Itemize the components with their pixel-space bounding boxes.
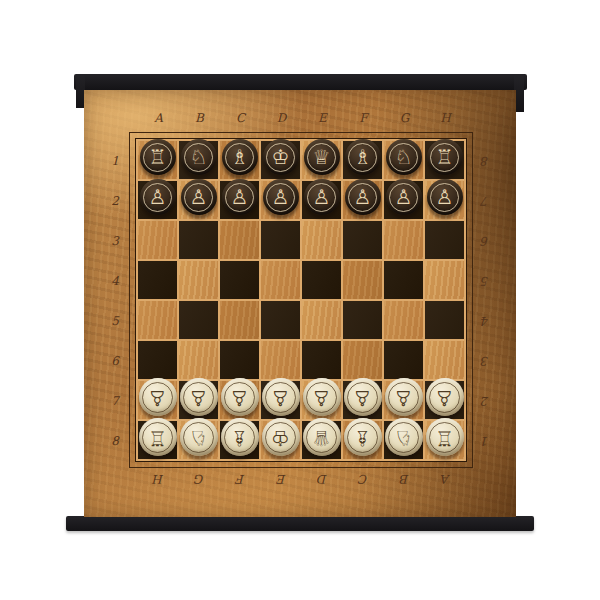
piece-white-pawn[interactable]: ♙ <box>180 378 218 416</box>
rank-label: 4 <box>102 261 128 301</box>
square-h6[interactable] <box>425 341 464 379</box>
file-label: G <box>179 468 220 490</box>
piece-glyph: ♖ <box>148 427 167 448</box>
rank-label: 4 <box>472 301 498 341</box>
piece-black-pawn[interactable]: ♙ <box>304 179 340 215</box>
square-b2[interactable]: ♙ <box>179 181 218 219</box>
engraved-ring: ♖ <box>142 422 173 453</box>
piece-glyph: ♙ <box>436 187 454 207</box>
piece-glyph: ♘ <box>189 427 208 448</box>
square-b4[interactable] <box>179 261 218 299</box>
square-d2[interactable]: ♙ <box>261 181 300 219</box>
piece-glyph: ♙ <box>394 387 413 408</box>
piece-black-bishop[interactable]: ♗ <box>222 139 258 175</box>
board-border: ♖♘♗♔♕♗♘♖♙♙♙♙♙♙♙♙♙♙♙♙♙♙♙♙♖♘♗♔♕♗♘♖ <box>129 132 473 468</box>
file-labels-top: ABCDEFGH <box>138 107 466 129</box>
chess-board: ♖♘♗♔♕♗♘♖♙♙♙♙♙♙♙♙♙♙♙♙♙♙♙♙♖♘♗♔♕♗♘♖ <box>135 138 467 462</box>
piece-glyph: ♙ <box>231 187 249 207</box>
photo-stage: ABCDEFGH HGFEDCBA 12345678 87654321 ♖♘♗♔… <box>0 0 600 600</box>
file-label: F <box>220 468 261 490</box>
square-b3[interactable] <box>179 221 218 259</box>
square-g5[interactable] <box>384 301 423 339</box>
square-f3[interactable] <box>343 221 382 259</box>
engraved-ring: ♗ <box>224 422 255 453</box>
piece-glyph: ♙ <box>354 187 372 207</box>
box-frame-bottom <box>66 516 534 531</box>
square-e8[interactable]: ♕ <box>302 421 341 459</box>
square-a7[interactable]: ♙ <box>138 381 177 419</box>
square-a8[interactable]: ♖ <box>138 421 177 459</box>
piece-black-king[interactable]: ♔ <box>263 139 299 175</box>
piece-glyph: ♙ <box>435 387 454 408</box>
square-g8[interactable]: ♘ <box>384 421 423 459</box>
file-label: D <box>261 107 302 129</box>
engraved-ring: ♙ <box>307 183 336 212</box>
piece-white-queen[interactable]: ♕ <box>303 418 341 456</box>
rank-label: 5 <box>102 301 128 341</box>
piece-white-pawn[interactable]: ♙ <box>344 378 382 416</box>
engraved-ring: ♙ <box>265 382 296 413</box>
piece-black-pawn[interactable]: ♙ <box>140 179 176 215</box>
piece-white-bishop[interactable]: ♗ <box>344 418 382 456</box>
rank-label: 5 <box>472 261 498 301</box>
file-label: B <box>179 107 220 129</box>
square-b7[interactable]: ♙ <box>179 381 218 419</box>
piece-black-pawn[interactable]: ♙ <box>222 179 258 215</box>
box-frame-top <box>74 74 527 90</box>
engraved-ring: ♙ <box>142 382 173 413</box>
square-g3[interactable] <box>384 221 423 259</box>
piece-glyph: ♙ <box>189 387 208 408</box>
piece-white-pawn[interactable]: ♙ <box>221 378 259 416</box>
file-label: H <box>138 468 179 490</box>
square-a3[interactable] <box>138 221 177 259</box>
piece-glyph: ♗ <box>231 147 249 167</box>
square-d3[interactable] <box>261 221 300 259</box>
piece-glyph: ♕ <box>312 427 331 448</box>
file-label: G <box>384 107 425 129</box>
piece-black-pawn[interactable]: ♙ <box>386 179 422 215</box>
square-c5[interactable] <box>220 301 259 339</box>
piece-white-rook[interactable]: ♖ <box>139 418 177 456</box>
square-c1[interactable]: ♗ <box>220 141 259 179</box>
piece-glyph: ♙ <box>313 187 331 207</box>
square-g4[interactable] <box>384 261 423 299</box>
piece-glyph: ♗ <box>353 427 372 448</box>
piece-glyph: ♖ <box>436 147 454 167</box>
square-b5[interactable] <box>179 301 218 339</box>
square-c3[interactable] <box>220 221 259 259</box>
piece-glyph: ♘ <box>395 147 413 167</box>
engraved-ring: ♙ <box>389 183 418 212</box>
square-f6[interactable] <box>343 341 382 379</box>
square-c6[interactable] <box>220 341 259 379</box>
square-f1[interactable]: ♗ <box>343 141 382 179</box>
engraved-ring: ♖ <box>430 143 459 172</box>
square-a6[interactable] <box>138 341 177 379</box>
square-h2[interactable]: ♙ <box>425 181 464 219</box>
square-f5[interactable] <box>343 301 382 339</box>
engraved-ring: ♙ <box>430 183 459 212</box>
file-label: C <box>220 107 261 129</box>
square-g1[interactable]: ♘ <box>384 141 423 179</box>
piece-glyph: ♙ <box>312 387 331 408</box>
square-f8[interactable]: ♗ <box>343 421 382 459</box>
piece-black-rook[interactable]: ♖ <box>427 139 463 175</box>
rank-label: 2 <box>102 181 128 221</box>
square-b6[interactable] <box>179 341 218 379</box>
piece-white-pawn[interactable]: ♙ <box>303 378 341 416</box>
square-f7[interactable]: ♙ <box>343 381 382 419</box>
file-label: E <box>261 468 302 490</box>
engraved-ring: ♙ <box>347 382 378 413</box>
rank-labels-left: 12345678 <box>102 141 128 461</box>
piece-white-pawn[interactable]: ♙ <box>262 378 300 416</box>
rank-label: 6 <box>472 221 498 261</box>
engraved-ring: ♗ <box>348 143 377 172</box>
square-d1[interactable]: ♔ <box>261 141 300 179</box>
engraved-ring: ♘ <box>183 422 214 453</box>
square-g6[interactable] <box>384 341 423 379</box>
piece-glyph: ♙ <box>353 387 372 408</box>
file-label: F <box>343 107 384 129</box>
piece-glyph: ♗ <box>354 147 372 167</box>
engraved-ring: ♙ <box>225 183 254 212</box>
square-h7[interactable]: ♙ <box>425 381 464 419</box>
piece-glyph: ♘ <box>394 427 413 448</box>
piece-white-king[interactable]: ♔ <box>262 418 300 456</box>
square-c7[interactable]: ♙ <box>220 381 259 419</box>
engraved-ring: ♕ <box>306 422 337 453</box>
square-h8[interactable]: ♖ <box>425 421 464 459</box>
piece-white-pawn[interactable]: ♙ <box>385 378 423 416</box>
piece-black-knight[interactable]: ♘ <box>386 139 422 175</box>
square-e1[interactable]: ♕ <box>302 141 341 179</box>
engraved-ring: ♕ <box>307 143 336 172</box>
square-a2[interactable]: ♙ <box>138 181 177 219</box>
engraved-ring: ♙ <box>184 183 213 212</box>
piece-white-knight[interactable]: ♘ <box>180 418 218 456</box>
engraved-ring: ♘ <box>389 143 418 172</box>
piece-black-bishop[interactable]: ♗ <box>345 139 381 175</box>
piece-black-pawn[interactable]: ♙ <box>427 179 463 215</box>
square-h5[interactable] <box>425 301 464 339</box>
piece-black-knight[interactable]: ♘ <box>181 139 217 175</box>
piece-black-pawn[interactable]: ♙ <box>345 179 381 215</box>
engraved-ring: ♖ <box>429 422 460 453</box>
square-e6[interactable] <box>302 341 341 379</box>
square-a5[interactable] <box>138 301 177 339</box>
piece-black-queen[interactable]: ♕ <box>304 139 340 175</box>
file-label: A <box>425 468 466 490</box>
piece-glyph: ♙ <box>395 187 413 207</box>
piece-black-rook[interactable]: ♖ <box>140 139 176 175</box>
square-e2[interactable]: ♙ <box>302 181 341 219</box>
square-h3[interactable] <box>425 221 464 259</box>
piece-glyph: ♕ <box>313 147 331 167</box>
piece-glyph: ♖ <box>149 147 167 167</box>
file-label: H <box>425 107 466 129</box>
square-b8[interactable]: ♘ <box>179 421 218 459</box>
square-g2[interactable]: ♙ <box>384 181 423 219</box>
rank-labels-right: 87654321 <box>472 141 498 461</box>
rank-label: 7 <box>472 181 498 221</box>
rank-label: 2 <box>472 381 498 421</box>
piece-white-knight[interactable]: ♘ <box>385 418 423 456</box>
piece-white-rook[interactable]: ♖ <box>426 418 464 456</box>
file-label: A <box>138 107 179 129</box>
square-h4[interactable] <box>425 261 464 299</box>
square-c2[interactable]: ♙ <box>220 181 259 219</box>
engraved-ring: ♘ <box>388 422 419 453</box>
square-f4[interactable] <box>343 261 382 299</box>
piece-glyph: ♗ <box>230 427 249 448</box>
square-c8[interactable]: ♗ <box>220 421 259 459</box>
rank-label: 7 <box>102 381 128 421</box>
piece-glyph: ♘ <box>190 147 208 167</box>
engraved-ring: ♙ <box>143 183 172 212</box>
file-label: B <box>384 468 425 490</box>
file-label: D <box>302 468 343 490</box>
engraved-ring: ♙ <box>306 382 337 413</box>
piece-black-pawn[interactable]: ♙ <box>181 179 217 215</box>
piece-black-pawn[interactable]: ♙ <box>263 179 299 215</box>
piece-glyph: ♙ <box>148 387 167 408</box>
engraved-ring: ♗ <box>225 143 254 172</box>
rank-label: 3 <box>472 341 498 381</box>
rank-label: 1 <box>472 421 498 461</box>
square-d6[interactable] <box>261 341 300 379</box>
square-d4[interactable] <box>261 261 300 299</box>
engraved-ring: ♔ <box>265 422 296 453</box>
square-d8[interactable]: ♔ <box>261 421 300 459</box>
square-b1[interactable]: ♘ <box>179 141 218 179</box>
rank-label: 1 <box>102 141 128 181</box>
piece-glyph: ♙ <box>272 187 290 207</box>
square-h1[interactable]: ♖ <box>425 141 464 179</box>
piece-glyph: ♙ <box>230 387 249 408</box>
piece-glyph: ♙ <box>271 387 290 408</box>
piece-glyph: ♙ <box>149 187 167 207</box>
square-e7[interactable]: ♙ <box>302 381 341 419</box>
square-e4[interactable] <box>302 261 341 299</box>
piece-white-bishop[interactable]: ♗ <box>221 418 259 456</box>
piece-white-pawn[interactable]: ♙ <box>139 378 177 416</box>
piece-glyph: ♙ <box>190 187 208 207</box>
file-label: E <box>302 107 343 129</box>
square-a1[interactable]: ♖ <box>138 141 177 179</box>
file-labels-bottom: HGFEDCBA <box>138 468 466 490</box>
engraved-ring: ♙ <box>429 382 460 413</box>
rank-label: 6 <box>102 341 128 381</box>
square-d5[interactable] <box>261 301 300 339</box>
engraved-ring: ♖ <box>143 143 172 172</box>
engraved-ring: ♙ <box>348 183 377 212</box>
square-g7[interactable]: ♙ <box>384 381 423 419</box>
piece-glyph: ♔ <box>272 147 290 167</box>
square-c4[interactable] <box>220 261 259 299</box>
engraved-ring: ♔ <box>266 143 295 172</box>
piece-glyph: ♔ <box>271 427 290 448</box>
rank-label: 8 <box>102 421 128 461</box>
square-d7[interactable]: ♙ <box>261 381 300 419</box>
square-f2[interactable]: ♙ <box>343 181 382 219</box>
square-a4[interactable] <box>138 261 177 299</box>
square-e3[interactable] <box>302 221 341 259</box>
piece-glyph: ♖ <box>435 427 454 448</box>
piece-white-pawn[interactable]: ♙ <box>426 378 464 416</box>
rank-label: 8 <box>472 141 498 181</box>
engraved-ring: ♙ <box>266 183 295 212</box>
rank-label: 3 <box>102 221 128 261</box>
engraved-ring: ♙ <box>183 382 214 413</box>
engraved-ring: ♗ <box>347 422 378 453</box>
engraved-ring: ♙ <box>388 382 419 413</box>
engraved-ring: ♘ <box>184 143 213 172</box>
square-e5[interactable] <box>302 301 341 339</box>
engraved-ring: ♙ <box>224 382 255 413</box>
file-label: C <box>343 468 384 490</box>
